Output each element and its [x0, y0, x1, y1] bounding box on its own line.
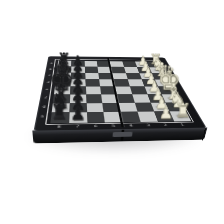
piece-white-pawn: ♟: [137, 54, 148, 66]
square-g4: [119, 103, 138, 112]
square-h8: ♜: [50, 113, 69, 124]
chess-board: ♜♟♟♜♞♟♟♞♝♟♟♝♛♟♟♛♚♟♟♚♝♟♟♝♞♟♟♞♜♟♟♜: [50, 61, 191, 124]
square-h7: ♟: [69, 112, 87, 123]
square-f8: ♝: [53, 94, 70, 103]
square-d8: ♛: [55, 79, 71, 86]
coordinate-label: g: [42, 102, 47, 111]
coordinate-label: h: [40, 112, 45, 122]
square-f7: ♟: [70, 94, 87, 103]
coordinate-label: 2: [157, 123, 175, 127]
chess-board-case: ♜♟♟♜♞♟♟♞♝♟♟♝♛♟♟♛♚♟♟♚♝♟♟♝♞♟♟♞♜♟♟♜ 8765432…: [33, 56, 206, 131]
square-e4: [115, 86, 132, 94]
square-f6: [86, 94, 103, 103]
square-g6: [86, 103, 104, 113]
piece-white-rook: ♜: [149, 53, 161, 67]
case-clasp: [113, 132, 133, 137]
perspective-stage: ♜♟♟♜♞♟♟♞♝♟♟♝♛♟♟♛♚♟♟♚♝♟♟♝♞♟♟♞♜♟♟♜ 8765432…: [0, 0, 224, 224]
square-g1: ♞: [166, 102, 186, 111]
square-h1: ♜: [170, 111, 191, 121]
coordinate-label: 4: [122, 124, 140, 128]
square-e7: ♟: [70, 87, 86, 95]
square-e3: [130, 86, 147, 94]
coordinate-label: e: [45, 86, 49, 94]
square-f3: [132, 94, 150, 102]
square-h6: [87, 112, 105, 123]
square-d7: ♟: [70, 79, 85, 86]
square-e1: ♚: [158, 86, 176, 94]
coordinate-label: 5: [104, 124, 122, 128]
square-d6: [85, 79, 100, 86]
coordinate-label: d: [46, 79, 50, 86]
square-e8: ♚: [54, 87, 70, 95]
piece-black-rook: ♜: [58, 51, 71, 66]
case-front-edge: [32, 128, 207, 144]
coordinate-label: 3: [139, 124, 157, 128]
coordinate-label: f: [44, 94, 47, 103]
coordinate-label: 1: [173, 123, 191, 127]
coordinate-label: 7: [68, 125, 86, 129]
square-d1: ♛: [155, 80, 172, 87]
square-g8: ♞: [52, 103, 70, 113]
coordinate-label: 6: [87, 125, 105, 129]
square-e6: [85, 87, 101, 95]
piece-black-pawn: ♟: [72, 53, 83, 66]
coordinate-label: 8: [50, 125, 69, 129]
square-f1: ♝: [162, 94, 181, 102]
square-e5: [100, 87, 116, 95]
square-g7: ♟: [69, 103, 86, 113]
product-photo-scene: ♜♟♟♜♞♟♟♞♝♟♟♝♛♟♟♛♚♟♟♚♝♟♟♝♞♟♟♞♜♟♟♜ 8765432…: [0, 0, 224, 224]
